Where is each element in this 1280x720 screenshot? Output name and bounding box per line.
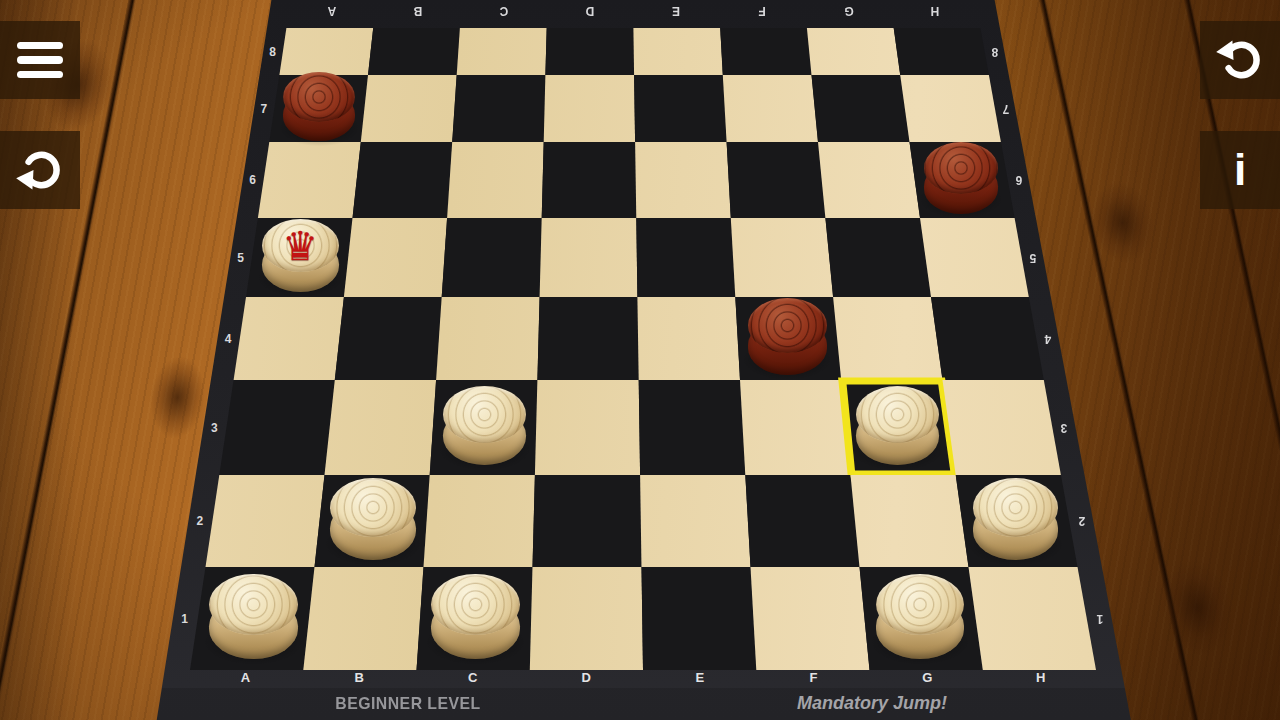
rotate-board-button[interactable] bbox=[0, 131, 80, 209]
undo-button[interactable] bbox=[1200, 21, 1280, 99]
piece-white-man[interactable] bbox=[209, 574, 298, 659]
undo-icon bbox=[1214, 34, 1266, 86]
piece-white-man[interactable] bbox=[973, 478, 1059, 560]
piece-red-man[interactable] bbox=[748, 298, 828, 375]
piece-white-king[interactable]: ♛ bbox=[262, 219, 339, 293]
piece-top bbox=[856, 386, 939, 443]
piece-top bbox=[973, 478, 1059, 537]
piece-top bbox=[209, 574, 298, 635]
rotate-icon bbox=[14, 144, 66, 196]
piece-red-man[interactable] bbox=[924, 142, 998, 213]
app-screen: AABBCCDDEEFFGGHH1122334455667788♛ BEGINN… bbox=[0, 0, 1280, 720]
piece-top bbox=[876, 574, 965, 635]
piece-white-man[interactable] bbox=[856, 386, 939, 465]
king-crown-icon: ♛ bbox=[262, 220, 339, 272]
piece-white-man[interactable] bbox=[431, 574, 520, 659]
piece-white-man[interactable] bbox=[876, 574, 965, 659]
piece-top bbox=[431, 574, 520, 635]
piece-top bbox=[330, 478, 416, 537]
piece-top bbox=[443, 386, 526, 443]
hamburger-icon bbox=[17, 42, 63, 79]
info-icon: i bbox=[1234, 148, 1246, 192]
piece-red-man[interactable] bbox=[283, 72, 355, 141]
piece-white-man[interactable] bbox=[330, 478, 416, 560]
info-button[interactable]: i bbox=[1200, 131, 1280, 209]
checkers-board: AABBCCDDEEFFGGHH1122334455667788♛ bbox=[0, 0, 1280, 720]
piece-top bbox=[283, 72, 355, 122]
menu-button[interactable] bbox=[0, 21, 80, 99]
piece-white-man[interactable] bbox=[443, 386, 526, 465]
piece-top bbox=[924, 142, 998, 193]
